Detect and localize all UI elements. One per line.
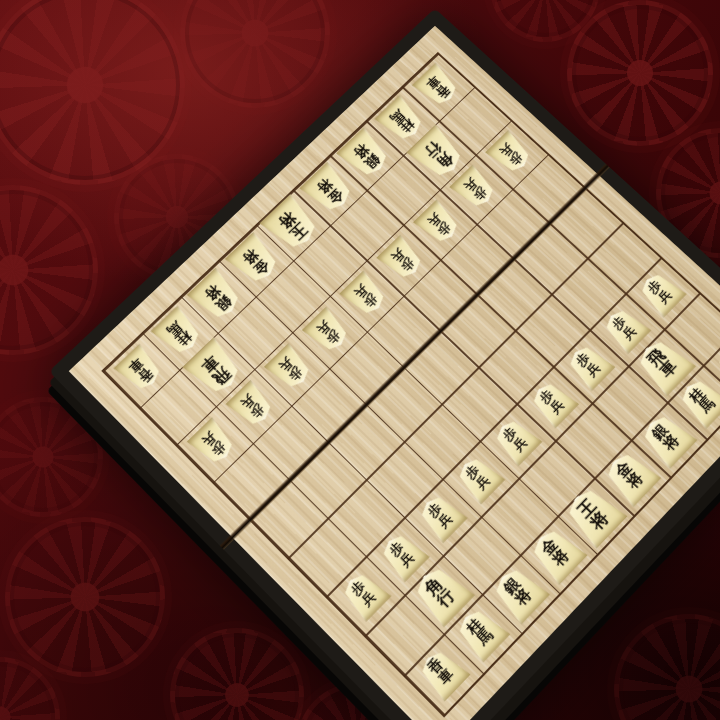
piece-silver[interactable]: 銀将 — [636, 408, 698, 469]
background-wheel-motif — [567, 0, 713, 146]
background-wheel-motif — [614, 614, 720, 720]
piece-pawn[interactable]: 歩兵 — [599, 303, 652, 354]
photo-scene: 香車桂馬銀将角行歩兵金将歩兵玉将歩兵金将歩兵銀将歩兵歩兵桂馬歩兵歩兵香車飛車歩兵… — [0, 0, 720, 720]
piece-kanji-bottom: 将 — [661, 432, 683, 453]
piece-lance[interactable]: 香車 — [411, 62, 463, 111]
piece-pawn[interactable]: 歩兵 — [339, 270, 391, 321]
piece-pawn[interactable]: 歩兵 — [376, 234, 428, 284]
background-wheel-motif — [0, 397, 103, 517]
piece-pawn[interactable]: 歩兵 — [484, 130, 535, 179]
background-wheel-motif — [180, 0, 330, 108]
piece-pawn[interactable]: 歩兵 — [376, 528, 431, 583]
piece-knight[interactable]: 桂馬 — [674, 373, 720, 430]
piece-pawn[interactable]: 歩兵 — [301, 306, 354, 357]
piece-pawn[interactable]: 歩兵 — [337, 567, 392, 622]
piece-pawn[interactable]: 歩兵 — [489, 414, 543, 467]
piece-kanji-bottom: 車 — [436, 667, 456, 688]
piece-kanji-bottom: 車 — [657, 358, 681, 381]
piece-pawn[interactable]: 歩兵 — [225, 379, 278, 431]
piece-kanji-bottom: 将 — [624, 470, 646, 492]
piece-pawn[interactable]: 歩兵 — [264, 342, 317, 394]
background-wheel-motif — [0, 185, 98, 355]
piece-pawn[interactable]: 歩兵 — [414, 489, 468, 543]
piece-pawn[interactable]: 歩兵 — [449, 164, 501, 213]
piece-king[interactable]: 王将 — [559, 481, 628, 550]
piece-silver[interactable]: 銀将 — [335, 127, 395, 183]
piece-gold[interactable]: 金将 — [224, 231, 284, 289]
piece-kanji-bottom: 将 — [550, 547, 572, 569]
background-wheel-motif — [170, 628, 304, 720]
piece-silver[interactable]: 銀将 — [487, 561, 551, 625]
piece-pawn[interactable]: 歩兵 — [635, 267, 687, 318]
piece-rook[interactable]: 飛車 — [631, 333, 697, 397]
piece-gold[interactable]: 金将 — [525, 522, 588, 586]
background-wheel-motif — [5, 517, 165, 677]
piece-gold[interactable]: 金将 — [599, 446, 662, 508]
piece-lance[interactable]: 香車 — [711, 338, 720, 391]
piece-lance[interactable]: 香車 — [113, 343, 167, 396]
piece-knight[interactable]: 桂馬 — [451, 603, 511, 664]
piece-pawn[interactable]: 歩兵 — [452, 451, 506, 505]
piece-pawn[interactable]: 歩兵 — [526, 377, 579, 429]
piece-kanji-bottom: 将 — [587, 508, 612, 533]
piece-pawn[interactable]: 歩兵 — [563, 340, 616, 392]
piece-lance[interactable]: 香車 — [414, 644, 471, 702]
piece-pawn[interactable]: 歩兵 — [187, 416, 241, 469]
piece-silver[interactable]: 銀将 — [187, 267, 248, 326]
piece-kanji-bottom: 将 — [512, 586, 534, 608]
piece-king[interactable]: 玉将 — [259, 193, 325, 256]
piece-pawn[interactable]: 歩兵 — [412, 199, 464, 249]
piece-gold[interactable]: 金将 — [299, 161, 359, 218]
